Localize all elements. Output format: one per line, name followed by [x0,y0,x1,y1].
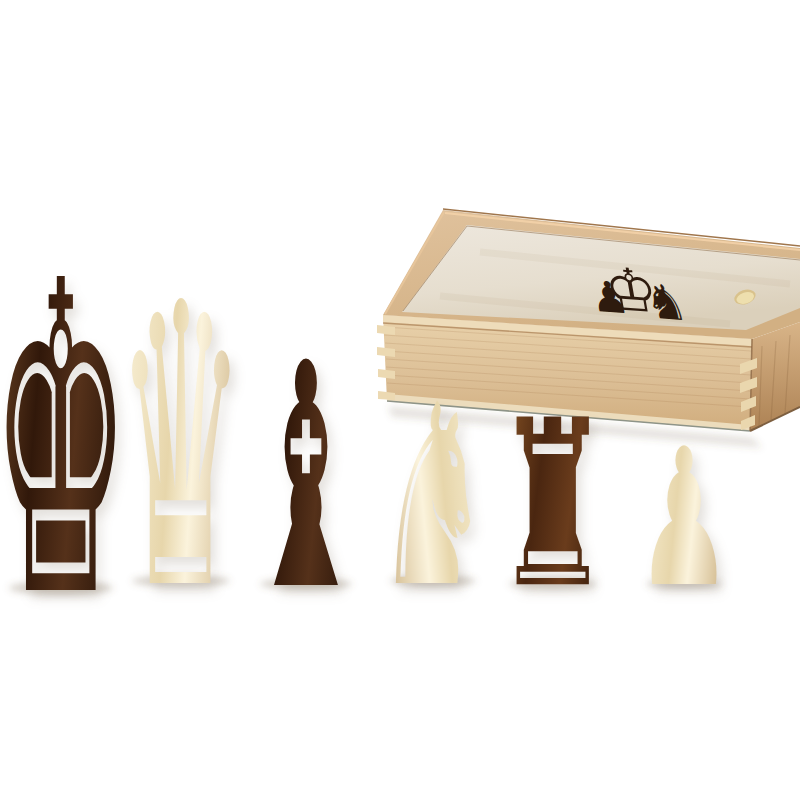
piece-light-pawn: ♟ [589,424,779,614]
box-right-face [750,322,800,431]
pawn-glyph: ♟ [635,424,732,614]
product-photo-scene: ♔ ♟ ♞ [0,0,800,800]
